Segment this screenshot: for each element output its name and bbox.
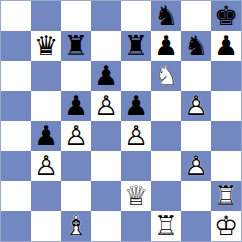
square-e3[interactable] [121,151,151,181]
piece-white-pawn[interactable]: ♟♙ [91,91,121,121]
white-piece-outline-layer: ♗ [61,211,91,241]
square-a7[interactable] [1,31,31,61]
square-a1[interactable] [1,211,31,241]
square-c7[interactable]: ♜ [61,31,91,61]
white-piece-outline-layer: ♖ [211,181,241,211]
square-e1[interactable] [121,211,151,241]
square-d6[interactable]: ♟ [91,61,121,91]
square-a6[interactable] [1,61,31,91]
square-d7[interactable] [91,31,121,61]
black-piece-glyph: ♟ [121,91,151,121]
piece-white-pawn[interactable]: ♟♙ [121,121,151,151]
square-h4[interactable] [211,121,241,151]
piece-black-pawn[interactable]: ♟ [91,61,121,91]
square-b4[interactable]: ♟ [31,121,61,151]
square-g2[interactable] [181,181,211,211]
square-f3[interactable] [151,151,181,181]
black-piece-glyph: ♜ [121,31,151,61]
white-piece-outline-layer: ♙ [61,121,91,151]
black-piece-glyph: ♞ [181,31,211,61]
white-piece-fill-layer: ♜ [211,181,241,211]
square-g6[interactable] [181,61,211,91]
square-a8[interactable] [1,1,31,31]
square-h6[interactable] [211,61,241,91]
black-piece-glyph: ♟ [31,121,61,151]
black-piece-glyph: ♞ [151,1,181,31]
black-piece-glyph: ♟ [61,91,91,121]
white-piece-outline-layer: ♙ [121,121,151,151]
white-piece-fill-layer: ♚ [211,211,241,241]
square-a5[interactable] [1,91,31,121]
square-b1[interactable] [31,211,61,241]
piece-white-bishop[interactable]: ♝♗ [61,211,91,241]
white-piece-fill-layer: ♟ [91,91,121,121]
white-piece-fill-layer: ♜ [151,211,181,241]
piece-black-rook[interactable]: ♜ [121,31,151,61]
square-c5[interactable]: ♟ [61,91,91,121]
square-a2[interactable] [1,181,31,211]
square-e5[interactable]: ♟ [121,91,151,121]
black-piece-glyph: ♛ [31,31,61,61]
white-piece-outline-layer: ♙ [91,91,121,121]
square-h5[interactable] [211,91,241,121]
white-piece-outline-layer: ♘ [151,61,181,91]
white-piece-fill-layer: ♟ [181,151,211,181]
white-piece-outline-layer: ♙ [181,91,211,121]
square-c2[interactable] [61,181,91,211]
square-c1[interactable]: ♝♗ [61,211,91,241]
piece-black-knight[interactable]: ♞ [181,31,211,61]
piece-white-knight[interactable]: ♞♘ [151,61,181,91]
piece-white-pawn[interactable]: ♟♙ [61,121,91,151]
square-h7[interactable]: ♟ [211,31,241,61]
square-h1[interactable]: ♚♔ [211,211,241,241]
piece-black-pawn[interactable]: ♟ [61,91,91,121]
square-d8[interactable] [91,1,121,31]
square-f2[interactable] [151,181,181,211]
piece-white-pawn[interactable]: ♟♙ [31,151,61,181]
square-b7[interactable]: ♛ [31,31,61,61]
white-piece-fill-layer: ♝ [61,211,91,241]
black-piece-glyph: ♟ [151,31,181,61]
square-g3[interactable]: ♟♙ [181,151,211,181]
white-piece-outline-layer: ♔ [211,211,241,241]
square-d1[interactable] [91,211,121,241]
square-h8[interactable]: ♚ [211,1,241,31]
square-g8[interactable] [181,1,211,31]
black-piece-glyph: ♟ [91,61,121,91]
square-f5[interactable] [151,91,181,121]
square-h3[interactable] [211,151,241,181]
piece-black-pawn[interactable]: ♟ [151,31,181,61]
piece-black-knight[interactable]: ♞ [151,1,181,31]
white-piece-outline-layer: ♕ [121,181,151,211]
white-piece-outline-layer: ♙ [181,151,211,181]
black-piece-glyph: ♟ [211,31,241,61]
piece-black-queen[interactable]: ♛ [31,31,61,61]
square-d5[interactable]: ♟♙ [91,91,121,121]
piece-white-pawn[interactable]: ♟♙ [181,151,211,181]
white-piece-fill-layer: ♟ [181,91,211,121]
square-c8[interactable] [61,1,91,31]
white-piece-outline-layer: ♙ [31,151,61,181]
square-g5[interactable]: ♟♙ [181,91,211,121]
square-a4[interactable] [1,121,31,151]
piece-black-pawn[interactable]: ♟ [211,31,241,61]
square-d2[interactable] [91,181,121,211]
black-piece-glyph: ♚ [211,1,241,31]
square-c6[interactable] [61,61,91,91]
square-a3[interactable] [1,151,31,181]
square-b2[interactable] [31,181,61,211]
square-f4[interactable] [151,121,181,151]
square-f7[interactable]: ♟ [151,31,181,61]
square-h2[interactable]: ♜♖ [211,181,241,211]
square-d3[interactable] [91,151,121,181]
piece-white-queen[interactable]: ♛♕ [121,181,151,211]
piece-black-pawn[interactable]: ♟ [31,121,61,151]
square-e2[interactable]: ♛♕ [121,181,151,211]
square-f6[interactable]: ♞♘ [151,61,181,91]
piece-white-rook[interactable]: ♜♖ [151,211,181,241]
square-f8[interactable]: ♞ [151,1,181,31]
square-e6[interactable] [121,61,151,91]
square-b8[interactable] [31,1,61,31]
piece-black-pawn[interactable]: ♟ [121,91,151,121]
square-b6[interactable] [31,61,61,91]
white-piece-fill-layer: ♞ [151,61,181,91]
chess-board: ♞♚♛♜♜♟♞♟♟♞♘♟♟♙♟♟♙♟♟♙♟♙♟♙♟♙♛♕♜♖♝♗♜♖♚♔ [0,0,242,242]
square-g4[interactable] [181,121,211,151]
square-b5[interactable] [31,91,61,121]
square-g7[interactable]: ♞ [181,31,211,61]
white-piece-outline-layer: ♖ [151,211,181,241]
square-g1[interactable] [181,211,211,241]
piece-white-rook[interactable]: ♜♖ [211,181,241,211]
square-e7[interactable]: ♜ [121,31,151,61]
square-c3[interactable] [61,151,91,181]
piece-black-king[interactable]: ♚ [211,1,241,31]
piece-white-king[interactable]: ♚♔ [211,211,241,241]
black-piece-glyph: ♜ [61,31,91,61]
square-e8[interactable] [121,1,151,31]
square-f1[interactable]: ♜♖ [151,211,181,241]
square-c4[interactable]: ♟♙ [61,121,91,151]
square-e4[interactable]: ♟♙ [121,121,151,151]
white-piece-fill-layer: ♛ [121,181,151,211]
white-piece-fill-layer: ♟ [121,121,151,151]
white-piece-fill-layer: ♟ [61,121,91,151]
piece-black-rook[interactable]: ♜ [61,31,91,61]
piece-white-pawn[interactable]: ♟♙ [181,91,211,121]
square-b3[interactable]: ♟♙ [31,151,61,181]
white-piece-fill-layer: ♟ [31,151,61,181]
square-d4[interactable] [91,121,121,151]
